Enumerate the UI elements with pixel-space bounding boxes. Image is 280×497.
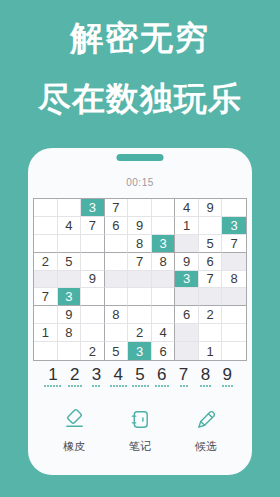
- grid-cell[interactable]: 3: [58, 288, 82, 306]
- remaining-count-dots: [155, 385, 169, 387]
- grid-cell[interactable]: 5: [105, 342, 129, 360]
- grid-cell[interactable]: [152, 271, 176, 289]
- numpad-button-3[interactable]: 3: [86, 366, 108, 387]
- grid-cell[interactable]: 7: [105, 199, 129, 217]
- grid-cell[interactable]: [222, 199, 246, 217]
- grid-cell[interactable]: [81, 253, 105, 271]
- grid-cell[interactable]: [175, 324, 199, 342]
- numpad-digit: 2: [70, 366, 79, 384]
- grid-cell[interactable]: [105, 288, 129, 306]
- toolbar: 橡皮 笔记 候选: [28, 408, 252, 454]
- grid-cell[interactable]: 5: [58, 253, 82, 271]
- grid-cell[interactable]: 7: [128, 253, 152, 271]
- grid-cell[interactable]: [175, 235, 199, 253]
- grid-cell[interactable]: 6: [105, 217, 129, 235]
- eraser-icon: [63, 408, 86, 435]
- grid-cell[interactable]: [128, 271, 152, 289]
- grid-cell[interactable]: [105, 271, 129, 289]
- grid-cell[interactable]: [199, 324, 223, 342]
- numpad-button-2[interactable]: 2: [64, 366, 86, 387]
- grid-cell[interactable]: 8: [152, 253, 176, 271]
- grid-cell[interactable]: [222, 324, 246, 342]
- grid-cell[interactable]: 3: [152, 235, 176, 253]
- numpad-button-7[interactable]: 7: [173, 366, 195, 387]
- grid-cell[interactable]: 3: [175, 271, 199, 289]
- grid-cell[interactable]: 7: [199, 271, 223, 289]
- remaining-count-dots: [180, 385, 188, 387]
- remaining-count-dots: [200, 385, 211, 387]
- numpad-digit: 1: [48, 366, 57, 384]
- grid-cell[interactable]: [105, 253, 129, 271]
- grid-cell[interactable]: [58, 342, 82, 360]
- grid-cell[interactable]: [81, 235, 105, 253]
- grid-cell[interactable]: 9: [58, 306, 82, 324]
- grid-cell[interactable]: [105, 235, 129, 253]
- remaining-count-dots: [132, 385, 149, 387]
- grid-cell[interactable]: 1: [34, 324, 58, 342]
- numpad-digit: 3: [92, 366, 101, 384]
- grid-cell[interactable]: [81, 306, 105, 324]
- grid-cell[interactable]: 4: [175, 199, 199, 217]
- numpad-digit: 7: [179, 366, 188, 384]
- grid-cell[interactable]: 7: [81, 217, 105, 235]
- remaining-count-dots: [92, 385, 100, 387]
- remaining-count-dots: [44, 385, 61, 387]
- notes-label: 笔记: [129, 439, 151, 454]
- grid-cell[interactable]: [105, 324, 129, 342]
- grid-cell[interactable]: 7: [34, 288, 58, 306]
- candidates-button[interactable]: 候选: [185, 408, 227, 454]
- grid-cell[interactable]: [34, 235, 58, 253]
- grid-cell[interactable]: [222, 342, 246, 360]
- grid-cell[interactable]: 1: [175, 217, 199, 235]
- grid-cell[interactable]: [81, 324, 105, 342]
- grid-cell[interactable]: 6: [175, 306, 199, 324]
- number-pad: 123456789: [42, 366, 238, 387]
- grid-cell[interactable]: 8: [58, 324, 82, 342]
- grid-cell[interactable]: 1: [199, 342, 223, 360]
- grid-cell[interactable]: 2: [128, 324, 152, 342]
- grid-cell[interactable]: [199, 217, 223, 235]
- grid-cell[interactable]: [128, 199, 152, 217]
- phone-mockup: 00:15 3749476913835725789693787398621824…: [28, 148, 252, 475]
- grid-cell[interactable]: 2: [81, 342, 105, 360]
- grid-cell[interactable]: 3: [222, 217, 246, 235]
- grid-cell[interactable]: 2: [199, 306, 223, 324]
- grid-cell[interactable]: 9: [199, 199, 223, 217]
- grid-cell[interactable]: [58, 271, 82, 289]
- grid-cell[interactable]: [58, 199, 82, 217]
- grid-cell[interactable]: 9: [81, 271, 105, 289]
- grid-cell[interactable]: [128, 288, 152, 306]
- grid-cell[interactable]: [58, 235, 82, 253]
- numpad-digit: 8: [201, 366, 210, 384]
- numpad-button-8[interactable]: 8: [194, 366, 216, 387]
- grid-cell[interactable]: [175, 288, 199, 306]
- numpad-digit: 9: [222, 366, 231, 384]
- grid-cell[interactable]: 5: [199, 235, 223, 253]
- notes-icon: [129, 408, 152, 435]
- grid-cell[interactable]: [34, 217, 58, 235]
- pencil-icon: [195, 408, 218, 435]
- remaining-count-dots: [68, 385, 82, 387]
- grid-cell[interactable]: 2: [34, 253, 58, 271]
- grid-cell[interactable]: 8: [105, 306, 129, 324]
- grid-cell[interactable]: [34, 199, 58, 217]
- numpad-button-1[interactable]: 1: [42, 366, 64, 387]
- grid-cell[interactable]: [81, 288, 105, 306]
- notes-button[interactable]: 笔记: [119, 408, 161, 454]
- grid-cell[interactable]: 9: [175, 253, 199, 271]
- grid-cell[interactable]: [222, 288, 246, 306]
- grid-cell[interactable]: [34, 271, 58, 289]
- grid-cell[interactable]: [199, 288, 223, 306]
- grid-cell[interactable]: [152, 306, 176, 324]
- grid-cell[interactable]: [152, 199, 176, 217]
- promo-title-line2: 尽在数独玩乐: [0, 77, 280, 122]
- phone-speaker-notch: [117, 154, 164, 161]
- grid-cell[interactable]: [152, 217, 176, 235]
- grid-cell[interactable]: 6: [152, 342, 176, 360]
- grid-cell[interactable]: 7: [222, 235, 246, 253]
- grid-cell[interactable]: 9: [128, 217, 152, 235]
- numpad-digit: 5: [135, 366, 144, 384]
- grid-cell[interactable]: [34, 342, 58, 360]
- grid-cell[interactable]: 4: [152, 324, 176, 342]
- grid-cell[interactable]: [152, 288, 176, 306]
- numpad-button-4[interactable]: 4: [107, 366, 129, 387]
- numpad-digit: 4: [114, 366, 123, 384]
- numpad-button-9[interactable]: 9: [216, 366, 238, 387]
- grid-cell[interactable]: 8: [222, 271, 246, 289]
- eraser-button[interactable]: 橡皮: [53, 408, 95, 454]
- game-timer: 00:15: [28, 177, 252, 188]
- grid-cell[interactable]: 8: [128, 235, 152, 253]
- eraser-label: 橡皮: [63, 439, 85, 454]
- grid-cell[interactable]: [128, 306, 152, 324]
- grid-cell[interactable]: [34, 306, 58, 324]
- grid-cell[interactable]: 4: [58, 217, 82, 235]
- numpad-button-5[interactable]: 5: [129, 366, 151, 387]
- grid-cell[interactable]: [175, 342, 199, 360]
- promo-header: 解密无穷 尽在数独玩乐: [0, 16, 280, 122]
- grid-cell[interactable]: [222, 253, 246, 271]
- candidates-label: 候选: [195, 439, 217, 454]
- remaining-count-dots: [222, 385, 233, 387]
- numpad-digit: 6: [157, 366, 166, 384]
- grid-cell[interactable]: 3: [128, 342, 152, 360]
- grid-cell[interactable]: [222, 306, 246, 324]
- grid-cell[interactable]: 3: [81, 199, 105, 217]
- numpad-button-6[interactable]: 6: [151, 366, 173, 387]
- remaining-count-dots: [110, 385, 127, 387]
- grid-cell[interactable]: 6: [199, 253, 223, 271]
- sudoku-board: 374947691383572578969378739862182425361: [33, 198, 247, 361]
- promo-title-line1: 解密无穷: [0, 16, 280, 61]
